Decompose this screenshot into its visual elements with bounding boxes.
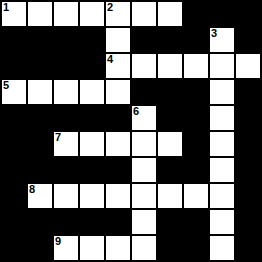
block-cell-r1c5	[132, 28, 156, 52]
block-cell-r4c6	[158, 106, 182, 130]
letter-cell-r9c8[interactable]	[210, 236, 234, 260]
letter-cell-r9c5[interactable]	[132, 236, 156, 260]
letter-cell-r2c8[interactable]	[210, 54, 234, 78]
letter-cell-r6c8[interactable]	[210, 158, 234, 182]
letter-cell-r7c6[interactable]	[158, 184, 182, 208]
block-cell-r0c7	[184, 2, 208, 26]
letter-cell-r3c4[interactable]	[106, 80, 130, 104]
block-cell-r4c7	[184, 106, 208, 130]
block-cell-r4c1	[28, 106, 52, 130]
block-cell-r7c0	[2, 184, 26, 208]
block-cell-r1c0	[2, 28, 26, 52]
block-cell-r4c0	[2, 106, 26, 130]
clue-number-9: 9	[55, 236, 61, 247]
block-cell-r0c8	[210, 2, 234, 26]
block-cell-r0c9	[236, 2, 260, 26]
letter-cell-r4c8[interactable]	[210, 106, 234, 130]
crossword-board: 123456789	[0, 0, 262, 262]
letter-cell-r7c4[interactable]	[106, 184, 130, 208]
letter-cell-r5c6[interactable]	[158, 132, 182, 156]
block-cell-r6c0	[2, 158, 26, 182]
block-cell-r8c6	[158, 210, 182, 234]
block-cell-r8c2	[54, 210, 78, 234]
clue-number-7: 7	[55, 132, 61, 143]
clue-number-8: 8	[29, 184, 35, 195]
block-cell-r3c7	[184, 80, 208, 104]
letter-cell-r2c7[interactable]	[184, 54, 208, 78]
block-cell-r1c7	[184, 28, 208, 52]
block-cell-r8c9	[236, 210, 260, 234]
clue-number-5: 5	[3, 80, 9, 91]
letter-cell-r0c5[interactable]	[132, 2, 156, 26]
letter-cell-r3c1[interactable]	[28, 80, 52, 104]
block-cell-r5c1	[28, 132, 52, 156]
block-cell-r3c9	[236, 80, 260, 104]
letter-cell-r6c5[interactable]	[132, 158, 156, 182]
block-cell-r6c4	[106, 158, 130, 182]
letter-cell-r8c8[interactable]	[210, 210, 234, 234]
block-cell-r2c2	[54, 54, 78, 78]
letter-cell-r7c3[interactable]	[80, 184, 104, 208]
block-cell-r2c0	[2, 54, 26, 78]
block-cell-r4c3	[80, 106, 104, 130]
letter-cell-r2c4[interactable]: 4	[106, 54, 130, 78]
letter-cell-r8c5[interactable]	[132, 210, 156, 234]
letter-cell-r7c5[interactable]	[132, 184, 156, 208]
block-cell-r6c3	[80, 158, 104, 182]
block-cell-r6c7	[184, 158, 208, 182]
block-cell-r9c1	[28, 236, 52, 260]
block-cell-r3c5	[132, 80, 156, 104]
block-cell-r2c1	[28, 54, 52, 78]
block-cell-r6c6	[158, 158, 182, 182]
letter-cell-r3c8[interactable]	[210, 80, 234, 104]
letter-cell-r9c2[interactable]: 9	[54, 236, 78, 260]
block-cell-r6c2	[54, 158, 78, 182]
block-cell-r4c9	[236, 106, 260, 130]
block-cell-r9c7	[184, 236, 208, 260]
letter-cell-r7c2[interactable]	[54, 184, 78, 208]
letter-cell-r0c3[interactable]	[80, 2, 104, 26]
letter-cell-r0c0[interactable]: 1	[2, 2, 26, 26]
clue-number-3: 3	[211, 28, 217, 39]
letter-cell-r1c8[interactable]: 3	[210, 28, 234, 52]
clue-number-4: 4	[107, 54, 113, 65]
block-cell-r9c6	[158, 236, 182, 260]
letter-cell-r2c6[interactable]	[158, 54, 182, 78]
letter-cell-r5c2[interactable]: 7	[54, 132, 78, 156]
block-cell-r2c3	[80, 54, 104, 78]
letter-cell-r5c3[interactable]	[80, 132, 104, 156]
clue-number-6: 6	[133, 106, 139, 117]
letter-cell-r7c7[interactable]	[184, 184, 208, 208]
letter-cell-r2c9[interactable]	[236, 54, 260, 78]
letter-cell-r3c3[interactable]	[80, 80, 104, 104]
block-cell-r5c7	[184, 132, 208, 156]
clue-number-1: 1	[3, 2, 9, 13]
block-cell-r5c0	[2, 132, 26, 156]
letter-cell-r5c8[interactable]	[210, 132, 234, 156]
block-cell-r8c4	[106, 210, 130, 234]
block-cell-r6c9	[236, 158, 260, 182]
block-cell-r3c6	[158, 80, 182, 104]
block-cell-r8c3	[80, 210, 104, 234]
letter-cell-r9c3[interactable]	[80, 236, 104, 260]
block-cell-r8c1	[28, 210, 52, 234]
block-cell-r9c0	[2, 236, 26, 260]
letter-cell-r0c1[interactable]	[28, 2, 52, 26]
letter-cell-r3c2[interactable]	[54, 80, 78, 104]
letter-cell-r3c0[interactable]: 5	[2, 80, 26, 104]
letter-cell-r4c5[interactable]: 6	[132, 106, 156, 130]
letter-cell-r7c8[interactable]	[210, 184, 234, 208]
letter-cell-r2c5[interactable]	[132, 54, 156, 78]
block-cell-r1c6	[158, 28, 182, 52]
letter-cell-r5c5[interactable]	[132, 132, 156, 156]
block-cell-r9c9	[236, 236, 260, 260]
letter-cell-r1c4[interactable]	[106, 28, 130, 52]
block-cell-r8c7	[184, 210, 208, 234]
block-cell-r5c9	[236, 132, 260, 156]
letter-cell-r0c6[interactable]	[158, 2, 182, 26]
block-cell-r6c1	[28, 158, 52, 182]
block-cell-r8c0	[2, 210, 26, 234]
block-cell-r7c9	[236, 184, 260, 208]
block-cell-r1c9	[236, 28, 260, 52]
block-cell-r1c1	[28, 28, 52, 52]
block-cell-r4c4	[106, 106, 130, 130]
letter-cell-r0c2[interactable]	[54, 2, 78, 26]
letter-cell-r0c4[interactable]: 2	[106, 2, 130, 26]
block-cell-r4c2	[54, 106, 78, 130]
letter-cell-r9c4[interactable]	[106, 236, 130, 260]
letter-cell-r5c4[interactable]	[106, 132, 130, 156]
block-cell-r1c3	[80, 28, 104, 52]
clue-number-2: 2	[107, 2, 113, 13]
block-cell-r1c2	[54, 28, 78, 52]
letter-cell-r7c1[interactable]: 8	[28, 184, 52, 208]
